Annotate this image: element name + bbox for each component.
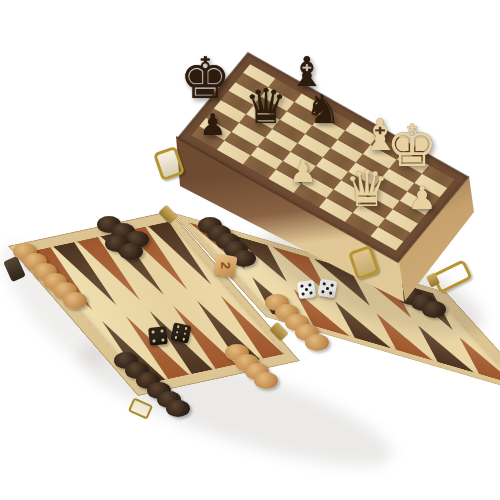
die-pip xyxy=(182,337,185,340)
chess-square xyxy=(250,146,283,169)
checker-dark[interactable] xyxy=(422,301,446,318)
white-die-1[interactable] xyxy=(296,279,315,298)
black-king[interactable]: ♚ xyxy=(174,50,237,107)
die-pip xyxy=(175,330,178,333)
checker-light[interactable] xyxy=(63,292,87,309)
checker-dark[interactable] xyxy=(119,243,143,260)
die-pip xyxy=(322,281,325,284)
die-pip xyxy=(330,283,333,286)
die-pip xyxy=(329,291,332,294)
die-pip xyxy=(152,331,155,334)
black-knight[interactable]: ♞ xyxy=(300,89,346,129)
white-pawn-right[interactable]: ♟ xyxy=(403,182,441,214)
white-queen[interactable]: ♛ xyxy=(339,164,395,214)
doubling-die-value: 2 xyxy=(218,261,231,269)
die-pip xyxy=(308,283,311,286)
die-pip xyxy=(161,338,164,341)
backgammon-point xyxy=(356,307,436,361)
die-pip xyxy=(153,339,156,342)
black-die-1[interactable] xyxy=(148,326,168,346)
spine-hinge-top-icon xyxy=(158,205,177,224)
die-pip xyxy=(174,336,177,339)
die-pip xyxy=(304,287,307,290)
checker-light[interactable] xyxy=(254,372,278,389)
die-pip xyxy=(320,290,323,293)
die-pip xyxy=(177,325,180,328)
die-pip xyxy=(300,284,303,287)
die-pip xyxy=(325,286,328,289)
white-die-2[interactable] xyxy=(317,278,337,298)
die-pip xyxy=(160,330,163,333)
checker-dark[interactable] xyxy=(166,400,190,417)
chess-square xyxy=(378,218,411,241)
backgammon-rail-latch[interactable] xyxy=(128,397,153,419)
die-pip xyxy=(183,332,186,335)
die-pip xyxy=(184,327,187,330)
backgammon-point xyxy=(439,331,500,385)
backgammon-point xyxy=(397,319,477,373)
chess-box-handle[interactable] xyxy=(431,259,473,294)
black-pawn[interactable]: ♟ xyxy=(195,110,231,140)
black-die-2[interactable] xyxy=(170,322,191,343)
chess-box-right-face xyxy=(0,0,500,500)
white-pawn-center[interactable]: ♟ xyxy=(285,156,322,187)
die-pip xyxy=(309,291,312,294)
die-pip xyxy=(301,292,304,295)
wooden-doubling-die[interactable]: 2 xyxy=(213,253,237,277)
chess-square xyxy=(217,141,250,164)
checker-light[interactable] xyxy=(305,334,329,351)
product-photo-scene: 2 ♚♟♛♝♞♟♝♚♛♟ xyxy=(0,0,500,500)
